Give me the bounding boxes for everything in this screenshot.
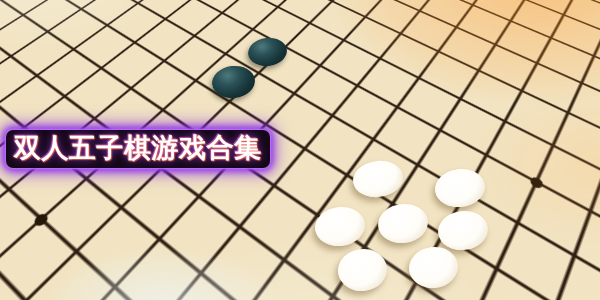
- white-stone: [406, 244, 460, 291]
- title-banner: 双人五子棋游戏合集: [6, 130, 270, 168]
- white-stone: [351, 158, 405, 200]
- white-stone: [436, 208, 490, 253]
- black-stone: [246, 36, 288, 69]
- white-stone: [313, 204, 367, 249]
- white-stone: [376, 201, 430, 246]
- white-stone: [335, 246, 389, 294]
- white-stone: [433, 166, 487, 210]
- gomoku-thumbnail[interactable]: 双人五子棋游戏合集: [0, 0, 600, 300]
- black-stone: [210, 63, 257, 100]
- title-banner-text: 双人五子棋游戏合集: [14, 133, 262, 163]
